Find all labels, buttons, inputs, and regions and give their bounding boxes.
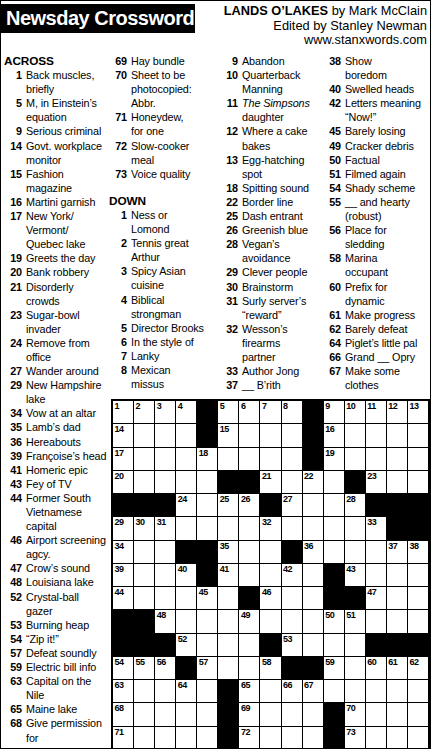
clue-down-8: 8Mexican missus	[109, 363, 212, 391]
grid-cell-r3c1[interactable]: 17	[113, 448, 134, 471]
grid-cell-r5c6[interactable]: 25	[218, 494, 239, 517]
grid-cell-r3c15[interactable]	[408, 448, 429, 471]
grid-cell-r4c10[interactable]: 22	[303, 471, 324, 494]
grid-cell-r3c6[interactable]	[218, 448, 239, 471]
clue-number: 11	[214, 96, 238, 110]
grid-cell-r10c9[interactable]	[282, 610, 303, 633]
grid-cell-r3c14[interactable]	[387, 448, 408, 471]
clue-number: 69	[109, 54, 127, 68]
grid-cell-r11c11[interactable]	[324, 634, 345, 657]
clue-across-52: 52Crystal-ball gazer	[4, 590, 107, 618]
clue-text: Make some clothes	[345, 364, 400, 392]
clue-number: 5	[109, 321, 127, 335]
grid-cell-r1c1[interactable]: 1	[113, 401, 134, 424]
grid-cell-r6c5[interactable]	[197, 517, 218, 540]
clue-down-6: 6In the style of	[109, 335, 212, 349]
grid-cell-r12c3[interactable]: 56	[155, 657, 176, 680]
clue-column-2: 69Hay bundle70Sheet to be photocopied: A…	[109, 54, 212, 391]
grid-cell-r9c9[interactable]	[282, 587, 303, 610]
grid-cell-r9c6[interactable]	[218, 587, 239, 610]
grid-cell-r6c9[interactable]	[282, 517, 303, 540]
grid-cell-r7c3[interactable]	[155, 541, 176, 564]
grid-cell-r14c10[interactable]	[303, 703, 324, 726]
grid-cell-r9c14[interactable]	[387, 587, 408, 610]
grid-cell-r12c13[interactable]: 60	[366, 657, 387, 680]
grid-cell-r11c6[interactable]	[218, 634, 239, 657]
grid-cell-r15c9[interactable]	[282, 727, 303, 749]
grid-cell-r8c15[interactable]	[408, 564, 429, 587]
grid-cell-r1c9[interactable]: 8	[282, 401, 303, 424]
clue-across-46: 46Airport screening agcy.	[4, 533, 107, 561]
grid-cell-r2c1[interactable]: 14	[113, 424, 134, 447]
grid-cell-r13c14[interactable]	[387, 680, 408, 703]
grid-cell-r1c6[interactable]: 5	[218, 401, 239, 424]
grid-cell-r14c9[interactable]	[282, 703, 303, 726]
black-square	[324, 703, 345, 726]
clue-text: Wander around	[26, 364, 99, 378]
cell-number: 49	[241, 610, 250, 620]
black-square	[324, 587, 345, 610]
grid-cell-r4c11[interactable]	[324, 471, 345, 494]
clue-number: 28	[214, 237, 238, 251]
puzzle-editor: Edited by Stanley Newman	[224, 19, 427, 34]
grid-cell-r14c15[interactable]	[408, 703, 429, 726]
grid-cell-r2c6[interactable]: 15	[218, 424, 239, 447]
black-square	[218, 680, 239, 703]
grid-cell-r10c11[interactable]: 50	[324, 610, 345, 633]
grid-cell-r7c6[interactable]: 35	[218, 541, 239, 564]
clue-number: 1	[109, 208, 127, 222]
masthead: Newsday Crossword	[1, 4, 195, 33]
cell-number: 71	[115, 727, 124, 737]
grid-cell-r12c14[interactable]: 61	[387, 657, 408, 680]
grid-cell-r7c14[interactable]: 37	[387, 541, 408, 564]
grid-cell-r4c8[interactable]: 21	[260, 471, 281, 494]
clue-text: Quarterback Manning	[242, 68, 300, 96]
grid-cell-r6c10[interactable]	[303, 517, 324, 540]
grid-cell-r7c1[interactable]: 34	[113, 541, 134, 564]
grid-cell-r12c7[interactable]	[239, 657, 260, 680]
grid-cell-r15c5[interactable]	[197, 727, 218, 749]
grid-cell-r10c4[interactable]	[176, 610, 197, 633]
clue-text: Tennis great Arthur	[131, 236, 189, 264]
clue-across-14: 14Govt. workplace monitor	[4, 139, 107, 167]
grid-cell-r10c13[interactable]	[366, 610, 387, 633]
grid-cell-r9c4[interactable]	[176, 587, 197, 610]
grid-cell-r2c12[interactable]	[345, 424, 366, 447]
cell-number: 31	[157, 517, 166, 527]
clue-number: 68	[4, 716, 22, 730]
grid-cell-r1c3[interactable]: 3	[155, 401, 176, 424]
clue-down-32: 32Wesson’s firearms partner	[214, 322, 320, 364]
clue-number: 55	[322, 195, 341, 209]
grid-cell-r13c9[interactable]: 66	[282, 680, 303, 703]
grid-cell-r1c15[interactable]: 13	[408, 401, 429, 424]
grid-cell-r1c13[interactable]: 11	[366, 401, 387, 424]
grid-cell-r2c13[interactable]	[366, 424, 387, 447]
clue-down-55: 55__ and hearty (robust)	[322, 195, 430, 223]
grid-cell-r7c12[interactable]	[345, 541, 366, 564]
grid-cell-r4c1[interactable]: 20	[113, 471, 134, 494]
grid-cell-r11c10[interactable]	[303, 634, 324, 657]
grid-cell-r9c2[interactable]	[134, 587, 155, 610]
cell-number: 29	[115, 517, 124, 527]
clue-number: 40	[322, 82, 341, 96]
clue-number: 54	[322, 181, 341, 195]
grid-cell-r4c4[interactable]	[176, 471, 197, 494]
grid-cell-r15c12[interactable]: 73	[345, 727, 366, 749]
grid-cell-r4c3[interactable]	[155, 471, 176, 494]
clue-number: 67	[322, 364, 341, 378]
clue-number: 60	[322, 280, 341, 294]
clue-text: Barely losing	[345, 124, 406, 138]
grid-cell-r8c12[interactable]: 43	[345, 564, 366, 587]
grid-cell-r13c3[interactable]	[155, 680, 176, 703]
grid-cell-r13c5[interactable]	[197, 680, 218, 703]
grid-cell-r1c8[interactable]: 7	[260, 401, 281, 424]
grid-cell-r14c5[interactable]	[197, 703, 218, 726]
grid-cell-r13c12[interactable]	[345, 680, 366, 703]
grid-cell-r11c4[interactable]: 52	[176, 634, 197, 657]
clue-text: Capital on the Nile	[26, 674, 91, 702]
grid-cell-r9c3[interactable]	[155, 587, 176, 610]
clue-down-66: 66Grand __ Opry	[322, 350, 430, 364]
puzzle-header: LANDS O’LAKES by Mark McClain Edited by …	[224, 4, 427, 48]
cell-number: 13	[409, 401, 418, 411]
clue-text: Show boredom	[345, 54, 387, 82]
grid-cell-r8c9[interactable]: 42	[282, 564, 303, 587]
grid-cell-r8c7[interactable]	[239, 564, 260, 587]
grid-cell-r1c12[interactable]: 10	[345, 401, 366, 424]
clue-text: Slow-cooker meal	[131, 139, 189, 167]
grid-cell-r4c2[interactable]	[134, 471, 155, 494]
clue-number: 46	[4, 533, 22, 547]
grid-cell-r9c1[interactable]: 44	[113, 587, 134, 610]
clue-column-1: ACROSS1Back muscles, briefly5M, in Einst…	[4, 54, 107, 745]
grid-cell-r12c6[interactable]	[218, 657, 239, 680]
grid-cell-r9c13[interactable]: 47	[366, 587, 387, 610]
grid-cell-r15c1[interactable]: 71	[113, 727, 134, 749]
grid-cell-r10c5[interactable]	[197, 610, 218, 633]
grid-cell-r6c4[interactable]	[176, 517, 197, 540]
grid-cell-r15c7[interactable]: 72	[239, 727, 260, 749]
grid-cell-r15c13[interactable]	[366, 727, 387, 749]
clue-number: 9	[214, 54, 238, 68]
clue-text: Burning heap	[26, 618, 89, 632]
grid-cell-r10c12[interactable]: 51	[345, 610, 366, 633]
black-square	[408, 517, 429, 540]
clue-number: 39	[4, 449, 22, 463]
grid-cell-r12c11[interactable]: 59	[324, 657, 345, 680]
clue-text: Vegan’s avoidance	[242, 237, 290, 265]
cell-number: 64	[178, 680, 187, 690]
grid-cell-r15c2[interactable]	[134, 727, 155, 749]
grid-cell-r9c5[interactable]: 45	[197, 587, 218, 610]
cell-number: 20	[115, 471, 124, 481]
grid-cell-r13c7[interactable]: 65	[239, 680, 260, 703]
grid-cell-r4c14[interactable]	[387, 471, 408, 494]
black-square	[218, 471, 239, 494]
grid-cell-r7c8[interactable]	[260, 541, 281, 564]
grid-cell-r15c15[interactable]	[408, 727, 429, 749]
grid-cell-r14c3[interactable]	[155, 703, 176, 726]
cell-number: 25	[220, 494, 229, 504]
grid-cell-r2c4[interactable]	[176, 424, 197, 447]
grid-cell-r2c3[interactable]	[155, 424, 176, 447]
clue-down-67: 67Make some clothes	[322, 364, 430, 392]
grid-cell-r10c7[interactable]: 49	[239, 610, 260, 633]
grid-cell-r14c8[interactable]	[260, 703, 281, 726]
grid-cell-r13c2[interactable]	[134, 680, 155, 703]
grid-cell-r5c11[interactable]	[324, 494, 345, 517]
grid-cell-r6c2[interactable]: 30	[134, 517, 155, 540]
grid-cell-r8c14[interactable]	[387, 564, 408, 587]
clue-text: Françoise’s head	[26, 449, 106, 463]
clue-down-64: 64Piglet’s little pal	[322, 336, 430, 350]
clue-down-40: 40Swelled heads	[322, 82, 430, 96]
grid-cell-r2c8[interactable]	[260, 424, 281, 447]
grid-cell-r12c1[interactable]: 54	[113, 657, 134, 680]
clue-text: Barely defeat	[345, 322, 407, 336]
cell-number: 9	[325, 401, 330, 411]
clue-text: Fashion magazine	[26, 167, 72, 195]
grid-cell-r3c7[interactable]	[239, 448, 260, 471]
grid-cell-r7c10[interactable]: 36	[303, 541, 324, 564]
clue-text: Lanky	[131, 349, 159, 363]
clue-number: 51	[322, 167, 341, 181]
clue-down-22: 22Border line	[214, 195, 320, 209]
black-square	[387, 494, 408, 517]
black-square	[155, 634, 176, 657]
grid-cell-r3c3[interactable]	[155, 448, 176, 471]
clue-text: Greets the day	[26, 251, 95, 265]
grid-cell-r6c7[interactable]	[239, 517, 260, 540]
grid-cell-r11c9[interactable]: 53	[282, 634, 303, 657]
grid-cell-r5c10[interactable]	[303, 494, 324, 517]
grid-cell-r7c7[interactable]	[239, 541, 260, 564]
cell-number: 65	[241, 680, 250, 690]
grid-cell-r2c7[interactable]	[239, 424, 260, 447]
clue-down-38: 38Show boredom	[322, 54, 430, 82]
clue-number: 70	[109, 68, 127, 82]
grid-cell-r5c4[interactable]: 24	[176, 494, 197, 517]
cell-number: 11	[367, 401, 376, 411]
grid-cell-r4c13[interactable]: 23	[366, 471, 387, 494]
grid-cell-r3c13[interactable]	[366, 448, 387, 471]
clue-across-68: 68Give permission for	[4, 716, 107, 744]
grid-cell-r14c4[interactable]	[176, 703, 197, 726]
clue-down-33: 33Author Jong	[214, 364, 320, 378]
grid-cell-r1c7[interactable]: 6	[239, 401, 260, 424]
grid-cell-r1c2[interactable]: 2	[134, 401, 155, 424]
clue-number: 32	[214, 322, 238, 336]
grid-cell-r13c13[interactable]	[366, 680, 387, 703]
grid-cell-r10c6[interactable]	[218, 610, 239, 633]
grid-cell-r11c7[interactable]	[239, 634, 260, 657]
clue-number: 5	[4, 96, 22, 110]
grid-cell-r3c8[interactable]	[260, 448, 281, 471]
grid-cell-r5c12[interactable]: 28	[345, 494, 366, 517]
grid-cell-r15c3[interactable]	[155, 727, 176, 749]
clue-across-73: 73Voice quality	[109, 167, 212, 181]
grid-cell-r8c2[interactable]	[134, 564, 155, 587]
clue-number: 33	[214, 364, 238, 378]
grid-cell-r14c12[interactable]: 70	[345, 703, 366, 726]
grid-cell-r5c7[interactable]: 26	[239, 494, 260, 517]
clue-number: 43	[4, 477, 22, 491]
clue-number: 29	[4, 378, 22, 392]
grid-cell-r6c12[interactable]	[345, 517, 366, 540]
clue-number: 7	[109, 349, 127, 363]
grid-cell-r3c12[interactable]	[345, 448, 366, 471]
grid-cell-r2c11[interactable]: 16	[324, 424, 345, 447]
clue-text: Serious criminal	[26, 124, 101, 138]
grid-cell-r12c2[interactable]: 55	[134, 657, 155, 680]
cell-number: 30	[136, 517, 145, 527]
black-square	[134, 494, 155, 517]
cell-number: 51	[346, 610, 355, 620]
grid-cell-r14c7[interactable]: 69	[239, 703, 260, 726]
cell-number: 40	[178, 564, 187, 574]
clue-down-42: 42Letters meaning “Now!”	[322, 96, 430, 124]
grid-cell-r8c3[interactable]	[155, 564, 176, 587]
grid-cell-r3c9[interactable]	[282, 448, 303, 471]
clue-number: 38	[322, 54, 341, 68]
grid-cell-r3c4[interactable]	[176, 448, 197, 471]
grid-cell-r12c5[interactable]: 57	[197, 657, 218, 680]
grid-cell-r2c2[interactable]	[134, 424, 155, 447]
grid-cell-r10c14[interactable]	[387, 610, 408, 633]
crossword-grid: 1234567891011121314151617181920212223242…	[111, 399, 431, 749]
cell-number: 12	[388, 401, 397, 411]
black-square	[408, 634, 429, 657]
clue-text: Prefix for dynamic	[345, 280, 387, 308]
clue-number: 4	[109, 293, 127, 307]
grid-cell-r9c15[interactable]	[408, 587, 429, 610]
cell-number: 23	[367, 471, 376, 481]
clue-number: 34	[4, 406, 22, 420]
grid-cell-r6c3[interactable]: 31	[155, 517, 176, 540]
clue-across-1: 1Back muscles, briefly	[4, 68, 107, 96]
grid-cell-r14c14[interactable]	[387, 703, 408, 726]
grid-cell-r2c14[interactable]	[387, 424, 408, 447]
grid-cell-r15c4[interactable]	[176, 727, 197, 749]
grid-cell-r3c2[interactable]	[134, 448, 155, 471]
grid-cell-r2c15[interactable]	[408, 424, 429, 447]
cell-number: 42	[283, 564, 292, 574]
grid-cell-r8c4[interactable]: 40	[176, 564, 197, 587]
black-square	[387, 517, 408, 540]
grid-cell-r6c8[interactable]: 32	[260, 517, 281, 540]
grid-cell-r7c11[interactable]	[324, 541, 345, 564]
grid-cell-r10c15[interactable]	[408, 610, 429, 633]
clue-number: 29	[214, 265, 238, 279]
clue-text: Homeric epic	[26, 463, 88, 477]
grid-cell-r10c10[interactable]	[303, 610, 324, 633]
clue-text: Hay bundle	[131, 54, 185, 68]
grid-cell-r12c12[interactable]	[345, 657, 366, 680]
black-square	[303, 401, 324, 424]
clue-number: 22	[214, 195, 238, 209]
grid-cell-r13c1[interactable]: 63	[113, 680, 134, 703]
grid-cell-r14c2[interactable]	[134, 703, 155, 726]
clue-down-29: 29Clever people	[214, 265, 320, 279]
grid-cell-r8c8[interactable]	[260, 564, 281, 587]
grid-cell-r15c8[interactable]	[260, 727, 281, 749]
clue-text: Louisiana lake	[26, 575, 94, 589]
clue-number: 23	[4, 308, 22, 322]
grid-cell-r4c9[interactable]	[282, 471, 303, 494]
clue-text: Defeat soundly	[26, 646, 97, 660]
grid-cell-r14c13[interactable]	[366, 703, 387, 726]
grid-cell-r6c6[interactable]	[218, 517, 239, 540]
grid-cell-r6c11[interactable]	[324, 517, 345, 540]
clue-text: __ and hearty (robust)	[345, 195, 410, 223]
grid-cell-r5c5[interactable]	[197, 494, 218, 517]
grid-cell-r6c1[interactable]: 29	[113, 517, 134, 540]
clue-text: Greenish blue	[242, 223, 308, 237]
cell-number: 62	[409, 657, 418, 667]
grid-cell-r9c10[interactable]	[303, 587, 324, 610]
black-square	[113, 494, 134, 517]
clue-number: 47	[4, 561, 22, 575]
grid-cell-r6c13[interactable]: 33	[366, 517, 387, 540]
clue-across-63: 63Capital on the Nile	[4, 674, 107, 702]
grid-cell-r13c10[interactable]: 67	[303, 680, 324, 703]
grid-cell-r4c5[interactable]	[197, 471, 218, 494]
black-square	[282, 657, 303, 680]
grid-cell-r13c11[interactable]	[324, 680, 345, 703]
grid-cell-r1c11[interactable]: 9	[324, 401, 345, 424]
grid-cell-r15c10[interactable]	[303, 727, 324, 749]
grid-cell-r8c13[interactable]	[366, 564, 387, 587]
grid-cell-r14c1[interactable]: 68	[113, 703, 134, 726]
grid-cell-r8c10[interactable]	[303, 564, 324, 587]
cell-number: 22	[304, 471, 313, 481]
grid-cell-r7c2[interactable]	[134, 541, 155, 564]
grid-cell-r11c12[interactable]	[345, 634, 366, 657]
grid-cell-r7c13[interactable]	[366, 541, 387, 564]
grid-cell-r9c8[interactable]: 46	[260, 587, 281, 610]
grid-cell-r12c15[interactable]: 62	[408, 657, 429, 680]
grid-cell-r10c3[interactable]: 48	[155, 610, 176, 633]
grid-cell-r8c6[interactable]: 41	[218, 564, 239, 587]
clue-text: Wesson’s firearms partner	[242, 322, 288, 364]
clue-text: Disorderly crowds	[26, 280, 74, 308]
cell-number: 63	[115, 680, 124, 690]
grid-cell-r1c4[interactable]: 4	[176, 401, 197, 424]
down-header: DOWN	[109, 194, 212, 208]
grid-cell-r13c4[interactable]: 64	[176, 680, 197, 703]
grid-cell-r13c15[interactable]	[408, 680, 429, 703]
grid-cell-r7c15[interactable]: 38	[408, 541, 429, 564]
grid-cell-r1c14[interactable]: 12	[387, 401, 408, 424]
grid-cell-r13c8[interactable]	[260, 680, 281, 703]
grid-cell-r5c9[interactable]: 27	[282, 494, 303, 517]
grid-cell-r12c8[interactable]: 58	[260, 657, 281, 680]
grid-cell-r3c11[interactable]: 19	[324, 448, 345, 471]
grid-cell-r15c14[interactable]	[387, 727, 408, 749]
grid-cell-r3c5[interactable]: 18	[197, 448, 218, 471]
grid-cell-r10c8[interactable]	[260, 610, 281, 633]
grid-cell-r8c1[interactable]: 39	[113, 564, 134, 587]
clue-number: 56	[322, 223, 341, 237]
grid-cell-r4c15[interactable]	[408, 471, 429, 494]
grid-cell-r11c5[interactable]	[197, 634, 218, 657]
cell-number: 72	[241, 727, 250, 737]
grid-cell-r2c9[interactable]	[282, 424, 303, 447]
clue-down-31: 31Surly server’s “reward”	[214, 294, 320, 322]
